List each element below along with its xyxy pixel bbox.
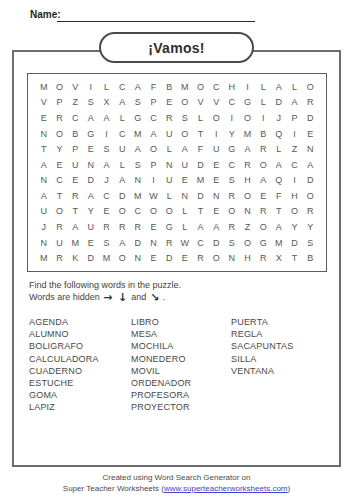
- footer: Created using Word Search Generator on S…: [0, 473, 353, 494]
- grid-cell: O: [287, 204, 303, 220]
- grid-cell: J: [36, 219, 52, 235]
- grid-cell: D: [208, 235, 224, 251]
- grid-cell: R: [255, 204, 271, 220]
- grid-cell: C: [224, 157, 240, 173]
- grid-cell: D: [161, 250, 177, 266]
- grid-cell: U: [36, 204, 52, 220]
- grid-cell: E: [52, 157, 68, 173]
- grid-cell: L: [255, 95, 271, 111]
- grid-cell: I: [255, 110, 271, 126]
- grid-cell: D: [193, 188, 209, 204]
- grid-cell: T: [271, 204, 287, 220]
- grid-cell: Y: [52, 141, 68, 157]
- grid-cell: P: [287, 110, 303, 126]
- grid-cell: E: [208, 172, 224, 188]
- grid-cell: R: [52, 219, 68, 235]
- instructions-period: .: [163, 292, 166, 302]
- grid-cell: G: [130, 110, 146, 126]
- grid-cell: E: [208, 157, 224, 173]
- grid-cell: R: [130, 219, 146, 235]
- grid-cell: A: [271, 157, 287, 173]
- grid-cell: T: [52, 188, 68, 204]
- footer-line2-prefix: Super Teacher Worksheets (: [63, 484, 164, 493]
- grid-cell: S: [224, 235, 240, 251]
- grid-cell: D: [83, 250, 99, 266]
- grid-cell: N: [161, 157, 177, 173]
- grid-cell: R: [161, 110, 177, 126]
- grid-cell: P: [67, 141, 83, 157]
- grid-cell: N: [36, 235, 52, 251]
- grid-cell: M: [240, 126, 256, 142]
- grid-cell: A: [36, 157, 52, 173]
- puzzle-title-capsule: ¡Vamos!: [99, 32, 254, 63]
- grid-cell: T: [287, 250, 303, 266]
- grid-cell: I: [208, 126, 224, 142]
- grid-cell: O: [146, 141, 162, 157]
- grid-cell: N: [36, 172, 52, 188]
- grid-cell: R: [255, 250, 271, 266]
- word-item: ALUMNO: [29, 328, 131, 340]
- grid-cell: O: [255, 157, 271, 173]
- grid-cell: A: [130, 141, 146, 157]
- grid-cell: L: [161, 141, 177, 157]
- grid-cell: O: [302, 79, 318, 95]
- grid-cell: A: [177, 141, 193, 157]
- word-item: LIBRO: [131, 316, 231, 328]
- grid-cell: O: [146, 204, 162, 220]
- grid-cell: T: [193, 126, 209, 142]
- grid-cell: L: [114, 110, 130, 126]
- grid-cell: R: [67, 188, 83, 204]
- grid-cell: X: [99, 95, 115, 111]
- word-item: VENTANA: [231, 365, 324, 377]
- instructions: Find the following words in the puzzle. …: [29, 280, 181, 303]
- grid-cell: N: [83, 157, 99, 173]
- grid-cell: V: [193, 95, 209, 111]
- grid-cell: D: [114, 188, 130, 204]
- grid-cell: E: [67, 172, 83, 188]
- grid-cell: O: [224, 204, 240, 220]
- grid-cell: Z: [240, 219, 256, 235]
- grid-cell: M: [193, 172, 209, 188]
- grid-cell: M: [67, 235, 83, 251]
- grid-cell: S: [99, 141, 115, 157]
- word-item: GOMA: [29, 389, 131, 401]
- grid-cell: M: [36, 250, 52, 266]
- grid-cell: Z: [287, 141, 303, 157]
- grid-cell: C: [208, 79, 224, 95]
- grid-cell: O: [114, 204, 130, 220]
- grid-cell: M: [130, 126, 146, 142]
- grid-cell: A: [114, 235, 130, 251]
- grid-cell: G: [83, 126, 99, 142]
- grid-cell: V: [208, 95, 224, 111]
- grid-cell: E: [177, 250, 193, 266]
- grid-cell: U: [161, 126, 177, 142]
- grid-cell: Q: [271, 126, 287, 142]
- grid-cell: L: [177, 219, 193, 235]
- grid-cell: O: [114, 250, 130, 266]
- arrow-down-icon: ↓: [118, 291, 127, 304]
- grid-cell: L: [193, 110, 209, 126]
- grid-cell: D: [271, 95, 287, 111]
- grid-cell: D: [302, 172, 318, 188]
- grid-cell: C: [99, 188, 115, 204]
- grid-cell: L: [177, 204, 193, 220]
- footer-line2: Super Teacher Worksheets (www.superteach…: [0, 484, 353, 495]
- grid-cell: A: [271, 79, 287, 95]
- grid-cell: R: [302, 204, 318, 220]
- grid-cell: A: [36, 188, 52, 204]
- grid-cell: E: [208, 204, 224, 220]
- grid-cell: H: [240, 250, 256, 266]
- grid-cell: O: [161, 204, 177, 220]
- grid-cell: D: [83, 172, 99, 188]
- word-item: CUADERNO: [29, 365, 131, 377]
- grid-cell: H: [224, 79, 240, 95]
- grid-cell: V: [36, 95, 52, 111]
- grid-cell: A: [240, 141, 256, 157]
- grid-cell: S: [130, 95, 146, 111]
- grid-cell: S: [99, 235, 115, 251]
- grid-cell: Y: [287, 219, 303, 235]
- name-fill-line: [57, 21, 255, 22]
- grid-cell: Y: [83, 204, 99, 220]
- grid-cell: D: [302, 110, 318, 126]
- grid-cell: N: [224, 250, 240, 266]
- word-item: ESTUCHE: [29, 377, 131, 389]
- grid-cell: D: [287, 235, 303, 251]
- grid-cell: O: [52, 79, 68, 95]
- grid-cell: L: [99, 79, 115, 95]
- word-item: MESA: [131, 328, 231, 340]
- grid-cell: R: [52, 110, 68, 126]
- grid-cell: B: [255, 126, 271, 142]
- grid-cell: A: [130, 79, 146, 95]
- grid-cell: A: [99, 110, 115, 126]
- grid-cell: E: [146, 219, 162, 235]
- grid-cell: I: [83, 79, 99, 95]
- grid-cell: A: [99, 157, 115, 173]
- grid-cell: A: [67, 219, 83, 235]
- grid-cell: Z: [67, 95, 83, 111]
- word-item: BOLIGRAFO: [29, 340, 131, 352]
- grid-cell: E: [255, 188, 271, 204]
- grid-cell: V: [67, 79, 83, 95]
- grid-cell: R: [224, 188, 240, 204]
- grid-cell: O: [208, 250, 224, 266]
- word-item: ORDENADOR: [131, 377, 231, 389]
- grid-cell: Y: [224, 126, 240, 142]
- word-item: MOCHILA: [131, 340, 231, 352]
- grid-cell: C: [287, 157, 303, 173]
- letter-grid: MOVILCAFBMOCHILALOVPZSXASPEOVVCGLDARERCA…: [36, 79, 318, 266]
- grid-cell: S: [83, 95, 99, 111]
- grid-cell: L: [255, 79, 271, 95]
- word-item: AGENDA: [29, 316, 131, 328]
- grid-cell: E: [146, 250, 162, 266]
- grid-cell: Q: [271, 172, 287, 188]
- grid-cell: N: [177, 188, 193, 204]
- name-label: Name:: [30, 9, 61, 20]
- grid-cell: P: [146, 157, 162, 173]
- grid-cell: B: [67, 126, 83, 142]
- word-item: REGLA: [231, 328, 324, 340]
- grid-cell: S: [302, 235, 318, 251]
- grid-cell: C: [114, 79, 130, 95]
- word-column-2: LIBROMESAMOCHILAMONEDEROMOVILORDENADORPR…: [131, 316, 231, 414]
- grid-cell: U: [52, 235, 68, 251]
- grid-cell: U: [83, 219, 99, 235]
- word-item: LAPIZ: [29, 401, 131, 413]
- grid-cell: I: [224, 110, 240, 126]
- grid-cell: W: [146, 188, 162, 204]
- grid-cell: N: [302, 141, 318, 157]
- grid-cell: J: [271, 110, 287, 126]
- grid-cell: C: [146, 110, 162, 126]
- grid-cell: E: [302, 126, 318, 142]
- grid-cell: R: [224, 219, 240, 235]
- grid-cell: I: [287, 126, 303, 142]
- grid-cell: A: [287, 95, 303, 111]
- word-search-grid-box: MOVILCAFBMOCHILALOVPZSXASPEOVVCGLDARERCA…: [27, 73, 327, 272]
- grid-cell: T: [67, 204, 83, 220]
- grid-cell: R: [114, 219, 130, 235]
- instructions-and: and: [131, 292, 146, 302]
- grid-cell: O: [240, 235, 256, 251]
- grid-cell: E: [99, 204, 115, 220]
- grid-cell: C: [130, 204, 146, 220]
- grid-cell: O: [255, 219, 271, 235]
- grid-cell: M: [271, 235, 287, 251]
- grid-cell: L: [161, 188, 177, 204]
- grid-cell: A: [255, 172, 271, 188]
- footer-line2-suffix: ): [288, 484, 291, 493]
- grid-cell: O: [240, 110, 256, 126]
- grid-cell: T: [193, 204, 209, 220]
- footer-line1: Created using Word Search Generator on: [0, 473, 353, 484]
- grid-cell: A: [114, 172, 130, 188]
- grid-cell: A: [193, 219, 209, 235]
- grid-cell: O: [302, 188, 318, 204]
- grid-cell: M: [130, 188, 146, 204]
- word-item: SACAPUNTAS: [231, 340, 324, 352]
- grid-cell: R: [99, 219, 115, 235]
- grid-cell: H: [287, 188, 303, 204]
- grid-cell: C: [67, 110, 83, 126]
- grid-cell: C: [193, 235, 209, 251]
- grid-cell: O: [208, 110, 224, 126]
- grid-cell: U: [177, 157, 193, 173]
- grid-cell: O: [52, 204, 68, 220]
- grid-cell: B: [161, 79, 177, 95]
- word-column-1: AGENDAALUMNOBOLIGRAFOCALCULADORACUADERNO…: [29, 316, 131, 414]
- grid-cell: R: [52, 250, 68, 266]
- arrow-diagonal-icon: ↘: [150, 291, 159, 304]
- grid-cell: F: [193, 141, 209, 157]
- grid-cell: N: [130, 250, 146, 266]
- grid-cell: E: [177, 172, 193, 188]
- grid-cell: O: [177, 95, 193, 111]
- grid-cell: U: [114, 141, 130, 157]
- grid-cell: P: [146, 95, 162, 111]
- instructions-line2: Words are hidden→↓and↘.: [29, 292, 181, 304]
- instructions-line1: Find the following words in the puzzle.: [29, 280, 181, 292]
- footer-link[interactable]: www.superteacherworksheets.com: [164, 484, 288, 493]
- grid-cell: I: [99, 126, 115, 142]
- grid-cell: C: [114, 126, 130, 142]
- grid-cell: E: [161, 95, 177, 111]
- word-item: MOVIL: [131, 365, 231, 377]
- grid-cell: S: [224, 172, 240, 188]
- grid-cell: Y: [302, 219, 318, 235]
- grid-cell: X: [271, 250, 287, 266]
- grid-cell: M: [99, 250, 115, 266]
- puzzle-title: ¡Vamos!: [148, 40, 205, 56]
- grid-cell: N: [36, 126, 52, 142]
- grid-cell: J: [99, 172, 115, 188]
- grid-cell: F: [146, 79, 162, 95]
- grid-cell: N: [208, 188, 224, 204]
- grid-cell: W: [177, 235, 193, 251]
- grid-cell: K: [67, 250, 83, 266]
- grid-cell: U: [67, 157, 83, 173]
- grid-cell: G: [255, 235, 271, 251]
- grid-cell: N: [146, 235, 162, 251]
- grid-cell: G: [224, 141, 240, 157]
- arrow-right-icon: →: [103, 291, 112, 304]
- grid-cell: A: [146, 126, 162, 142]
- grid-cell: R: [240, 157, 256, 173]
- grid-cell: U: [208, 141, 224, 157]
- word-column-3: PUERTAREGLASACAPUNTASSILLAVENTANA: [231, 316, 324, 414]
- grid-cell: E: [83, 235, 99, 251]
- grid-cell: R: [255, 141, 271, 157]
- grid-cell: O: [240, 188, 256, 204]
- grid-cell: C: [52, 172, 68, 188]
- grid-cell: G: [240, 95, 256, 111]
- grid-cell: A: [114, 95, 130, 111]
- grid-cell: I: [287, 172, 303, 188]
- word-item: MONEDERO: [131, 353, 231, 365]
- grid-cell: I: [240, 79, 256, 95]
- grid-cell: U: [161, 172, 177, 188]
- word-item: CALCULADORA: [29, 353, 131, 365]
- grid-cell: A: [83, 188, 99, 204]
- grid-cell: S: [177, 110, 193, 126]
- grid-cell: S: [130, 157, 146, 173]
- grid-cell: R: [302, 95, 318, 111]
- word-list: AGENDAALUMNOBOLIGRAFOCALCULADORACUADERNO…: [29, 316, 324, 414]
- word-item: PROYECTOR: [131, 401, 231, 413]
- grid-cell: A: [271, 219, 287, 235]
- grid-cell: A: [302, 157, 318, 173]
- grid-cell: R: [161, 235, 177, 251]
- instructions-line2-prefix: Words are hidden: [29, 292, 100, 302]
- grid-cell: M: [36, 79, 52, 95]
- grid-cell: E: [36, 110, 52, 126]
- grid-cell: O: [177, 126, 193, 142]
- grid-cell: L: [287, 79, 303, 95]
- grid-cell: I: [146, 172, 162, 188]
- grid-cell: B: [302, 250, 318, 266]
- grid-cell: P: [52, 95, 68, 111]
- grid-cell: T: [36, 141, 52, 157]
- grid-cell: O: [52, 126, 68, 142]
- grid-cell: H: [240, 172, 256, 188]
- grid-cell: F: [271, 188, 287, 204]
- grid-cell: M: [177, 79, 193, 95]
- grid-cell: D: [193, 157, 209, 173]
- grid-cell: D: [130, 235, 146, 251]
- grid-cell: G: [161, 219, 177, 235]
- word-item: SILLA: [231, 353, 324, 365]
- grid-cell: E: [83, 141, 99, 157]
- grid-cell: A: [208, 219, 224, 235]
- grid-cell: L: [271, 141, 287, 157]
- grid-cell: R: [193, 250, 209, 266]
- grid-cell: L: [114, 157, 130, 173]
- grid-cell: C: [224, 95, 240, 111]
- grid-cell: O: [193, 79, 209, 95]
- word-item: PUERTA: [231, 316, 324, 328]
- grid-cell: N: [240, 204, 256, 220]
- grid-cell: A: [83, 110, 99, 126]
- word-item: PROFESORA: [131, 389, 231, 401]
- grid-cell: N: [130, 172, 146, 188]
